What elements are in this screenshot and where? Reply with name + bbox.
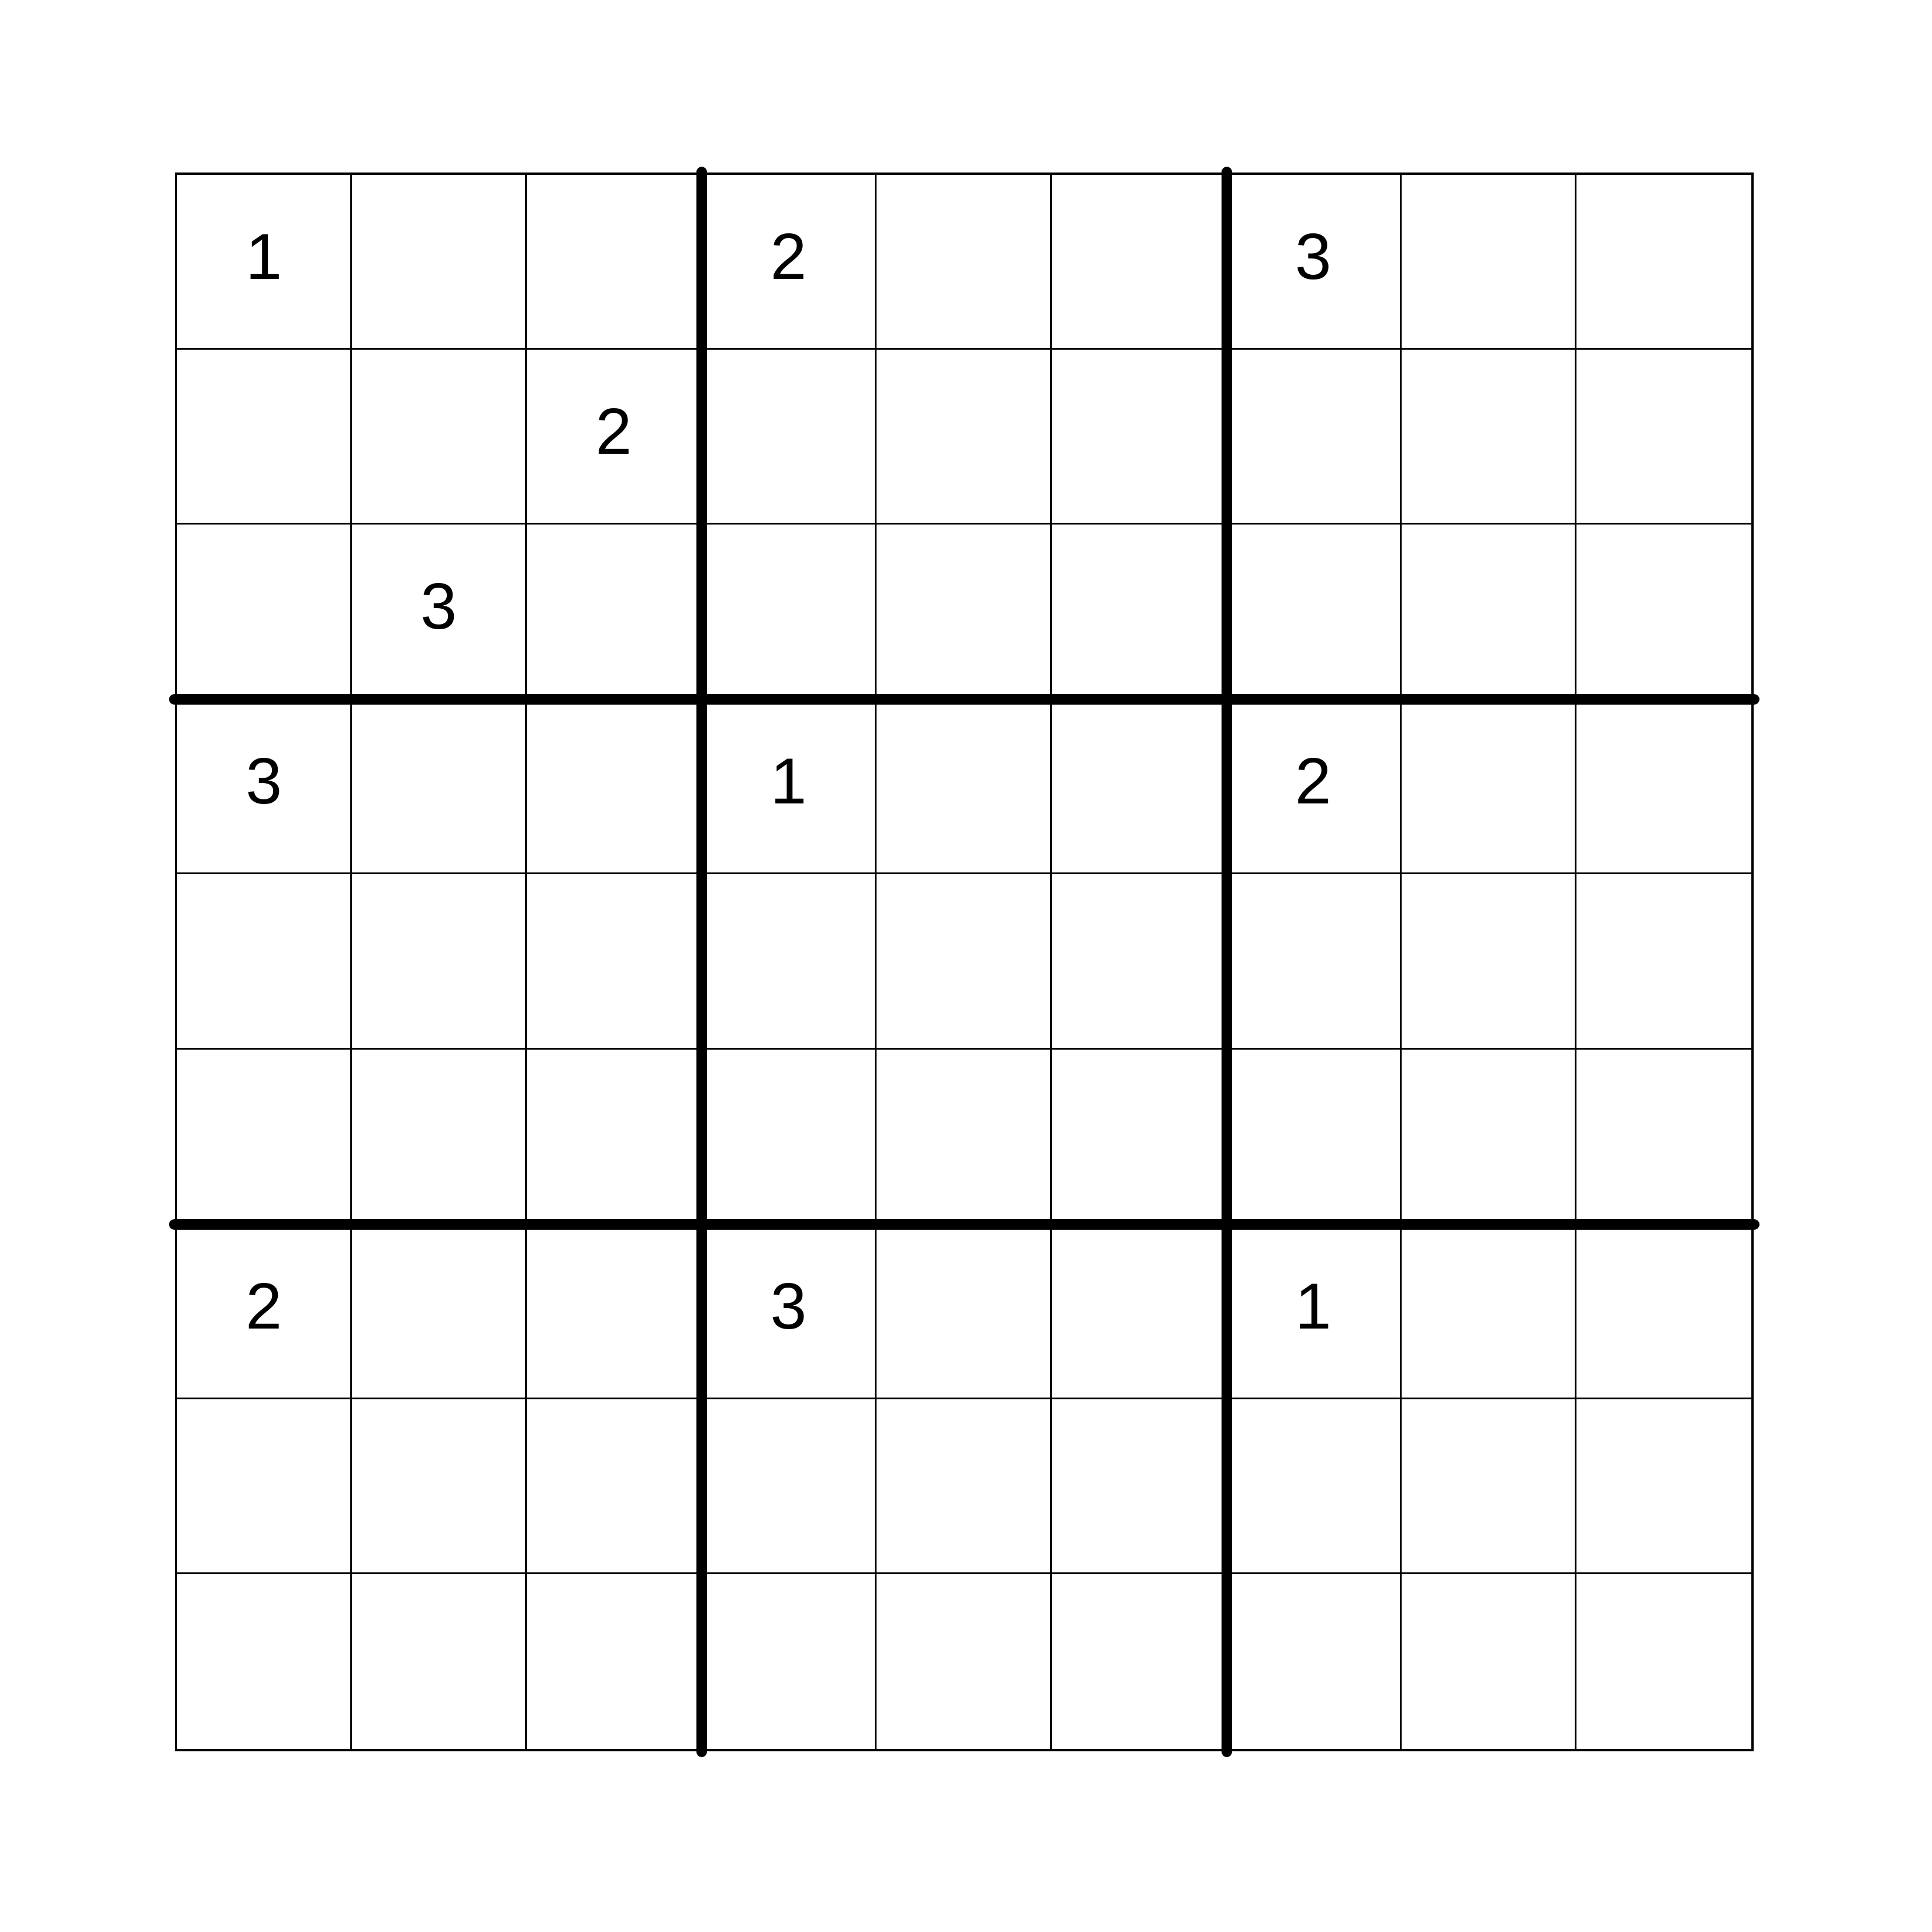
cell-r1c2[interactable]	[352, 175, 527, 350]
cell-r4c5[interactable]	[877, 699, 1051, 874]
given-digit: 1	[770, 748, 806, 814]
cell-r9c2[interactable]	[352, 1574, 527, 1749]
given-digit: 3	[246, 748, 282, 814]
cell-r4c6[interactable]	[1052, 699, 1227, 874]
cell-r7c3[interactable]	[527, 1224, 702, 1399]
cell-r7c2[interactable]	[352, 1224, 527, 1399]
cell-r2c8[interactable]	[1402, 350, 1576, 525]
cell-r1c4[interactable]: 2	[702, 175, 877, 350]
cell-r5c9[interactable]	[1576, 874, 1751, 1049]
cell-r1c6[interactable]	[1052, 175, 1227, 350]
cell-r7c8[interactable]	[1402, 1224, 1576, 1399]
cell-r1c7[interactable]: 3	[1227, 175, 1402, 350]
cell-r9c7[interactable]	[1227, 1574, 1402, 1749]
given-digit: 3	[420, 574, 457, 639]
cell-r3c8[interactable]	[1402, 525, 1576, 699]
cell-r2c2[interactable]	[352, 350, 527, 525]
cell-r9c1[interactable]	[177, 1574, 352, 1749]
cell-r6c9[interactable]	[1576, 1050, 1751, 1224]
cell-r6c6[interactable]	[1052, 1050, 1227, 1224]
cell-r8c7[interactable]	[1227, 1399, 1402, 1574]
given-digit: 3	[770, 1274, 806, 1339]
cell-r6c7[interactable]	[1227, 1050, 1402, 1224]
cell-r5c3[interactable]	[527, 874, 702, 1049]
cell-r1c5[interactable]	[877, 175, 1051, 350]
cell-r7c7[interactable]: 1	[1227, 1224, 1402, 1399]
cell-r1c3[interactable]	[527, 175, 702, 350]
cell-r7c9[interactable]	[1576, 1224, 1751, 1399]
cell-r5c6[interactable]	[1052, 874, 1227, 1049]
cell-r2c3[interactable]: 2	[527, 350, 702, 525]
cell-r3c1[interactable]	[177, 525, 352, 699]
cell-r8c3[interactable]	[527, 1399, 702, 1574]
given-digit: 2	[770, 224, 806, 289]
cell-r2c5[interactable]	[877, 350, 1051, 525]
cell-r8c1[interactable]	[177, 1399, 352, 1574]
cell-r4c3[interactable]	[527, 699, 702, 874]
sudoku-grid: 12323312231	[177, 175, 1751, 1749]
cell-r6c8[interactable]	[1402, 1050, 1576, 1224]
cell-r8c5[interactable]	[877, 1399, 1051, 1574]
cell-r9c4[interactable]	[702, 1574, 877, 1749]
cell-r7c1[interactable]: 2	[177, 1224, 352, 1399]
cell-r3c2[interactable]: 3	[352, 525, 527, 699]
given-digit: 2	[1295, 748, 1331, 814]
cell-r7c6[interactable]	[1052, 1224, 1227, 1399]
cell-r1c1[interactable]: 1	[177, 175, 352, 350]
cell-r2c4[interactable]	[702, 350, 877, 525]
cell-r6c1[interactable]	[177, 1050, 352, 1224]
cell-r2c9[interactable]	[1576, 350, 1751, 525]
cell-r8c9[interactable]	[1576, 1399, 1751, 1574]
cell-r8c4[interactable]	[702, 1399, 877, 1574]
cell-r9c3[interactable]	[527, 1574, 702, 1749]
cell-r6c5[interactable]	[877, 1050, 1051, 1224]
cell-r5c2[interactable]	[352, 874, 527, 1049]
cell-r5c7[interactable]	[1227, 874, 1402, 1049]
cell-r8c2[interactable]	[352, 1399, 527, 1574]
sudoku-board: 12323312231	[175, 172, 1754, 1751]
cell-r7c4[interactable]: 3	[702, 1224, 877, 1399]
cell-r5c4[interactable]	[702, 874, 877, 1049]
cell-r2c6[interactable]	[1052, 350, 1227, 525]
cell-r3c9[interactable]	[1576, 525, 1751, 699]
cell-r4c1[interactable]: 3	[177, 699, 352, 874]
cell-r9c5[interactable]	[877, 1574, 1051, 1749]
cell-r2c7[interactable]	[1227, 350, 1402, 525]
cell-r3c5[interactable]	[877, 525, 1051, 699]
cell-r7c5[interactable]	[877, 1224, 1051, 1399]
cell-r1c9[interactable]	[1576, 175, 1751, 350]
cell-r5c1[interactable]	[177, 874, 352, 1049]
given-digit: 1	[1295, 1274, 1331, 1339]
cell-r8c6[interactable]	[1052, 1399, 1227, 1574]
cell-r5c8[interactable]	[1402, 874, 1576, 1049]
cell-r1c8[interactable]	[1402, 175, 1576, 350]
cell-r6c4[interactable]	[702, 1050, 877, 1224]
cell-r3c4[interactable]	[702, 525, 877, 699]
cell-r6c2[interactable]	[352, 1050, 527, 1224]
given-digit: 3	[1295, 224, 1331, 289]
cell-r8c8[interactable]	[1402, 1399, 1576, 1574]
cell-r4c7[interactable]: 2	[1227, 699, 1402, 874]
cell-r9c8[interactable]	[1402, 1574, 1576, 1749]
given-digit: 2	[595, 399, 632, 464]
cell-r5c5[interactable]	[877, 874, 1051, 1049]
given-digit: 1	[246, 224, 282, 289]
cell-r3c6[interactable]	[1052, 525, 1227, 699]
cell-r9c9[interactable]	[1576, 1574, 1751, 1749]
cell-r3c3[interactable]	[527, 525, 702, 699]
cell-r9c6[interactable]	[1052, 1574, 1227, 1749]
cell-r2c1[interactable]	[177, 350, 352, 525]
cell-r4c9[interactable]	[1576, 699, 1751, 874]
cell-r6c3[interactable]	[527, 1050, 702, 1224]
cell-r4c2[interactable]	[352, 699, 527, 874]
cell-r3c7[interactable]	[1227, 525, 1402, 699]
cell-r4c8[interactable]	[1402, 699, 1576, 874]
cell-r4c4[interactable]: 1	[702, 699, 877, 874]
given-digit: 2	[246, 1274, 282, 1339]
